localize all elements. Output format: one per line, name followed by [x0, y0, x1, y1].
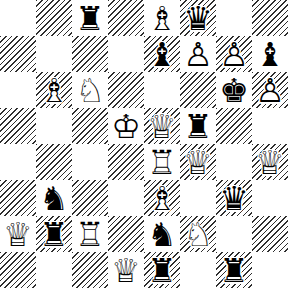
black-piece-glyph: ♝ — [252, 36, 288, 72]
piece-black-queen: ♛ — [180, 0, 216, 36]
piece-black-rook: ♜ — [216, 252, 252, 288]
square-h4[interactable]: ♛♕ — [252, 144, 288, 180]
square-c5[interactable] — [72, 108, 108, 144]
black-piece-glyph: ♚ — [216, 72, 252, 108]
white-piece-outline: ♕ — [0, 216, 36, 252]
square-g8[interactable] — [216, 0, 252, 36]
square-d2[interactable] — [108, 216, 144, 252]
piece-white-queen: ♛♕ — [0, 216, 36, 252]
white-piece-outline: ♙ — [180, 36, 216, 72]
square-c2[interactable]: ♜♖ — [72, 216, 108, 252]
white-piece-outline: ♘ — [180, 216, 216, 252]
square-f1[interactable] — [180, 252, 216, 288]
piece-white-queen: ♛♕ — [108, 252, 144, 288]
black-piece-glyph: ♛ — [216, 180, 252, 216]
piece-black-king: ♚ — [216, 72, 252, 108]
white-piece-outline: ♗ — [144, 180, 180, 216]
square-h5[interactable] — [252, 108, 288, 144]
square-g3[interactable]: ♛ — [216, 180, 252, 216]
piece-black-knight: ♞ — [144, 216, 180, 252]
white-piece-outline: ♖ — [144, 144, 180, 180]
square-a4[interactable] — [0, 144, 36, 180]
piece-white-bishop: ♝♗ — [144, 0, 180, 36]
square-h6[interactable]: ♟♙ — [252, 72, 288, 108]
square-e6[interactable] — [144, 72, 180, 108]
piece-white-queen: ♛♕ — [252, 144, 288, 180]
black-piece-glyph: ♞ — [144, 216, 180, 252]
square-e1[interactable]: ♜ — [144, 252, 180, 288]
piece-white-bishop: ♝♗ — [144, 180, 180, 216]
square-d5[interactable]: ♚♔ — [108, 108, 144, 144]
piece-black-queen: ♛ — [216, 180, 252, 216]
piece-white-knight: ♞♘ — [180, 216, 216, 252]
square-c3[interactable] — [72, 180, 108, 216]
piece-white-pawn: ♟♙ — [180, 36, 216, 72]
square-e3[interactable]: ♝♗ — [144, 180, 180, 216]
black-piece-glyph: ♜ — [144, 252, 180, 288]
black-piece-glyph: ♜ — [180, 108, 216, 144]
square-c4[interactable] — [72, 144, 108, 180]
square-b2[interactable]: ♜ — [36, 216, 72, 252]
square-h2[interactable] — [252, 216, 288, 252]
square-f5[interactable]: ♜ — [180, 108, 216, 144]
chess-board: ♜♝♗♛♝♟♙♟♙♝♝♗♞♘♚♟♙♚♔♛♕♜♜♖♛♕♛♕♞♝♗♛♛♕♜♜♖♞♞♘… — [0, 0, 288, 288]
piece-white-rook: ♜♖ — [144, 144, 180, 180]
square-b8[interactable] — [36, 0, 72, 36]
piece-white-knight: ♞♘ — [72, 72, 108, 108]
square-d6[interactable] — [108, 72, 144, 108]
square-b4[interactable] — [36, 144, 72, 180]
square-a8[interactable] — [0, 0, 36, 36]
square-d3[interactable] — [108, 180, 144, 216]
square-e7[interactable]: ♝ — [144, 36, 180, 72]
square-b6[interactable]: ♝♗ — [36, 72, 72, 108]
square-g4[interactable] — [216, 144, 252, 180]
square-e5[interactable]: ♛♕ — [144, 108, 180, 144]
square-d7[interactable] — [108, 36, 144, 72]
square-g2[interactable] — [216, 216, 252, 252]
square-a7[interactable] — [0, 36, 36, 72]
black-piece-glyph: ♛ — [180, 0, 216, 36]
square-g1[interactable]: ♜ — [216, 252, 252, 288]
square-e4[interactable]: ♜♖ — [144, 144, 180, 180]
square-h8[interactable] — [252, 0, 288, 36]
square-b3[interactable]: ♞ — [36, 180, 72, 216]
square-a1[interactable] — [0, 252, 36, 288]
piece-black-rook: ♜ — [144, 252, 180, 288]
square-g6[interactable]: ♚ — [216, 72, 252, 108]
piece-white-queen: ♛♕ — [180, 144, 216, 180]
square-h7[interactable]: ♝ — [252, 36, 288, 72]
piece-black-rook: ♜ — [72, 0, 108, 36]
square-f4[interactable]: ♛♕ — [180, 144, 216, 180]
square-a6[interactable] — [0, 72, 36, 108]
white-piece-outline: ♖ — [72, 216, 108, 252]
white-piece-outline: ♙ — [252, 72, 288, 108]
square-a5[interactable] — [0, 108, 36, 144]
piece-white-pawn: ♟♙ — [216, 36, 252, 72]
square-h3[interactable] — [252, 180, 288, 216]
square-f6[interactable] — [180, 72, 216, 108]
square-c6[interactable]: ♞♘ — [72, 72, 108, 108]
square-g5[interactable] — [216, 108, 252, 144]
piece-white-queen: ♛♕ — [144, 108, 180, 144]
white-piece-outline: ♙ — [216, 36, 252, 72]
piece-white-rook: ♜♖ — [72, 216, 108, 252]
piece-black-bishop: ♝ — [144, 36, 180, 72]
piece-black-bishop: ♝ — [252, 36, 288, 72]
black-piece-glyph: ♜ — [72, 0, 108, 36]
black-piece-glyph: ♜ — [216, 252, 252, 288]
square-b1[interactable] — [36, 252, 72, 288]
white-piece-outline: ♗ — [144, 0, 180, 36]
piece-black-knight: ♞ — [36, 180, 72, 216]
white-piece-outline: ♔ — [108, 108, 144, 144]
piece-black-rook: ♜ — [180, 108, 216, 144]
black-piece-glyph: ♜ — [36, 216, 72, 252]
piece-white-king: ♚♔ — [108, 108, 144, 144]
square-h1[interactable] — [252, 252, 288, 288]
square-e2[interactable]: ♞ — [144, 216, 180, 252]
square-a2[interactable]: ♛♕ — [0, 216, 36, 252]
square-b5[interactable] — [36, 108, 72, 144]
piece-white-bishop: ♝♗ — [36, 72, 72, 108]
piece-white-pawn: ♟♙ — [252, 72, 288, 108]
square-d1[interactable]: ♛♕ — [108, 252, 144, 288]
white-piece-outline: ♕ — [144, 108, 180, 144]
piece-black-rook: ♜ — [36, 216, 72, 252]
square-c8[interactable]: ♜ — [72, 0, 108, 36]
square-a3[interactable] — [0, 180, 36, 216]
white-piece-outline: ♕ — [252, 144, 288, 180]
white-piece-outline: ♗ — [36, 72, 72, 108]
black-piece-glyph: ♝ — [144, 36, 180, 72]
square-d8[interactable] — [108, 0, 144, 36]
white-piece-outline: ♘ — [72, 72, 108, 108]
square-c7[interactable] — [72, 36, 108, 72]
white-piece-outline: ♕ — [108, 252, 144, 288]
black-piece-glyph: ♞ — [36, 180, 72, 216]
white-piece-outline: ♕ — [180, 144, 216, 180]
square-d4[interactable] — [108, 144, 144, 180]
square-f8[interactable]: ♛ — [180, 0, 216, 36]
square-b7[interactable] — [36, 36, 72, 72]
square-f3[interactable] — [180, 180, 216, 216]
square-f2[interactable]: ♞♘ — [180, 216, 216, 252]
square-c1[interactable] — [72, 252, 108, 288]
square-f7[interactable]: ♟♙ — [180, 36, 216, 72]
square-e8[interactable]: ♝♗ — [144, 0, 180, 36]
square-g7[interactable]: ♟♙ — [216, 36, 252, 72]
